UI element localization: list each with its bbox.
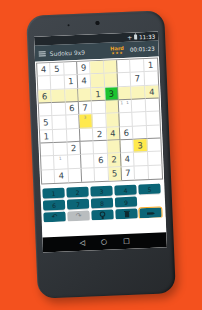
sudoku-cell[interactable] xyxy=(81,155,95,169)
sudoku-cell[interactable] xyxy=(51,76,65,90)
sudoku-cell[interactable]: 1 xyxy=(54,156,68,170)
screenshot-canvas: { "game": "sudoku", "position": "45.9...… xyxy=(0,0,202,310)
sudoku-cell[interactable] xyxy=(68,155,82,169)
sudoku-cell[interactable] xyxy=(146,112,160,126)
status-time: 11:33 xyxy=(139,33,155,40)
sudoku-cell[interactable]: 6 xyxy=(65,102,79,116)
lightbulb-icon xyxy=(98,210,106,219)
sudoku-cell[interactable]: 2 xyxy=(93,127,107,141)
sudoku-cell[interactable] xyxy=(119,113,133,127)
sudoku-cell[interactable] xyxy=(134,152,148,166)
sudoku-cell[interactable] xyxy=(64,62,78,76)
sudoku-cell[interactable] xyxy=(104,74,118,88)
sudoku-cell[interactable]: 5 xyxy=(50,62,64,76)
sudoku-cell[interactable] xyxy=(148,165,162,179)
undo-icon: ↶ xyxy=(51,213,57,220)
app-title: Sudoku 9x9 xyxy=(50,47,111,57)
sudoku-cell[interactable] xyxy=(133,112,147,126)
pencil-marks: 3 xyxy=(80,116,91,120)
sudoku-cell[interactable] xyxy=(91,74,105,88)
sudoku-cell[interactable]: 4 xyxy=(78,75,92,89)
sudoku-cell[interactable] xyxy=(146,125,160,139)
sudoku-cell[interactable]: 9 xyxy=(77,61,91,75)
sudoku-cell[interactable] xyxy=(54,142,68,156)
sudoku-cell[interactable] xyxy=(147,138,161,152)
difficulty-box: Hard ★★★ xyxy=(110,45,124,55)
notification-plus-icon: + xyxy=(127,34,132,40)
sudoku-cell[interactable] xyxy=(41,156,55,170)
sudoku-cell[interactable]: 1 xyxy=(40,130,54,144)
sudoku-cell[interactable] xyxy=(118,73,132,87)
sudoku-cell[interactable] xyxy=(130,59,144,73)
sudoku-cell[interactable]: 6 xyxy=(38,90,52,104)
sudoku-cell[interactable] xyxy=(132,99,146,113)
proximity-sensor-dot xyxy=(68,24,70,26)
digit-button-4[interactable]: 4 xyxy=(114,185,136,196)
game-timer: 00:01:23 xyxy=(130,46,155,53)
sudoku-cell[interactable] xyxy=(80,128,94,142)
pencil-marks: 1 xyxy=(55,157,65,161)
sudoku-cell[interactable] xyxy=(95,167,109,181)
sudoku-cell[interactable] xyxy=(106,114,120,128)
numpad: 12345 6789 ↶ ↷ xyxy=(40,180,165,222)
sudoku-cell[interactable] xyxy=(133,126,147,140)
sudoku-cell[interactable]: 6 xyxy=(120,126,134,140)
sudoku-cell[interactable] xyxy=(131,86,145,100)
sudoku-cell[interactable]: 2 xyxy=(67,142,81,156)
sudoku-cell[interactable]: 5 xyxy=(108,167,122,181)
sudoku-cell[interactable] xyxy=(66,115,80,129)
digit-button-2[interactable]: 2 xyxy=(66,187,88,198)
sudoku-cell[interactable]: 1 xyxy=(144,59,158,73)
sudoku-cell[interactable]: 3 xyxy=(105,87,119,101)
sudoku-cell[interactable]: 7 xyxy=(79,101,93,115)
sudoku-cell[interactable] xyxy=(80,141,94,155)
sudoku-cell[interactable]: 7 xyxy=(122,166,136,180)
sudoku-cell[interactable] xyxy=(67,129,81,143)
sudoku-cell[interactable] xyxy=(52,89,66,103)
sudoku-cell[interactable]: 6 xyxy=(94,154,108,168)
digit-button-8[interactable]: 8 xyxy=(91,198,113,209)
difficulty-stars: ★★★ xyxy=(111,50,123,55)
sudoku-cell[interactable] xyxy=(90,61,104,75)
digit-button-5[interactable]: 5 xyxy=(138,184,160,195)
sudoku-cell[interactable]: 1 xyxy=(92,87,106,101)
digit-button-6[interactable]: 6 xyxy=(43,200,65,211)
sudoku-cell[interactable] xyxy=(65,89,79,103)
digit-button-1[interactable]: 1 xyxy=(42,188,64,199)
sudoku-cell[interactable]: 4 xyxy=(145,85,159,99)
digit-button-9[interactable]: 9 xyxy=(115,197,137,208)
sudoku-cell[interactable]: 7 xyxy=(131,72,145,86)
sudoku-cell[interactable]: 4 xyxy=(37,63,51,77)
digit-button-3[interactable]: 3 xyxy=(90,186,112,197)
home-icon[interactable]: ○ xyxy=(101,239,107,246)
pencil-icon xyxy=(146,210,155,215)
battery-icon xyxy=(134,34,137,39)
board-container: 45911476134671 1531246231624457 xyxy=(35,56,164,185)
sudoku-cell[interactable] xyxy=(42,170,56,184)
sudoku-cell[interactable]: 5 xyxy=(39,116,53,130)
sudoku-cell[interactable]: 4 xyxy=(55,169,69,183)
recents-icon[interactable]: □ xyxy=(123,238,130,245)
menu-icon[interactable] xyxy=(39,51,46,56)
sudoku-cell[interactable] xyxy=(82,168,96,182)
sudoku-cell[interactable] xyxy=(107,140,121,154)
sudoku-cell[interactable]: 3 xyxy=(79,115,93,129)
back-icon[interactable]: ◁ xyxy=(79,240,85,247)
redo-icon: ↷ xyxy=(75,212,81,219)
sudoku-cell[interactable]: 4 xyxy=(121,153,135,167)
sudoku-cell[interactable] xyxy=(53,129,67,143)
sudoku-cell[interactable]: 2 xyxy=(108,153,122,167)
phone-screen: + 11:33 Sudoku 9x9 Hard ★★★ 00:01:23 459… xyxy=(34,32,167,253)
sudoku-cell[interactable] xyxy=(52,102,66,116)
sudoku-cell[interactable] xyxy=(148,152,162,166)
trash-icon xyxy=(123,210,130,218)
sudoku-cell[interactable] xyxy=(68,168,82,182)
sudoku-cell[interactable] xyxy=(94,141,108,155)
sudoku-cell[interactable] xyxy=(117,60,131,74)
sudoku-grid: 45911476134671 1531246231624457 xyxy=(36,58,163,185)
sudoku-cell[interactable] xyxy=(53,116,67,130)
sudoku-cell[interactable] xyxy=(40,143,54,157)
sudoku-cell[interactable] xyxy=(118,86,132,100)
sudoku-cell[interactable]: 3 xyxy=(134,139,148,153)
sudoku-cell[interactable] xyxy=(93,114,107,128)
sudoku-cell[interactable] xyxy=(105,100,119,114)
sudoku-cell[interactable] xyxy=(145,99,159,113)
sudoku-cell[interactable] xyxy=(78,88,92,102)
sudoku-cell[interactable] xyxy=(144,72,158,86)
sudoku-cell[interactable] xyxy=(135,166,149,180)
pencil-marks: 1 1 xyxy=(120,101,131,105)
sudoku-cell[interactable] xyxy=(39,103,53,117)
front-camera-dot xyxy=(95,21,99,25)
sudoku-cell[interactable]: 1 xyxy=(64,75,78,89)
sudoku-cell[interactable]: 1 1 xyxy=(119,100,133,114)
sudoku-cell[interactable] xyxy=(92,101,106,115)
sudoku-cell[interactable]: 4 xyxy=(107,127,121,141)
phone-frame: + 11:33 Sudoku 9x9 Hard ★★★ 00:01:23 459… xyxy=(26,10,176,299)
sudoku-cell[interactable] xyxy=(120,140,134,154)
digit-button-7[interactable]: 7 xyxy=(67,199,89,210)
sudoku-cell[interactable] xyxy=(38,76,52,90)
sudoku-cell[interactable] xyxy=(104,60,118,74)
